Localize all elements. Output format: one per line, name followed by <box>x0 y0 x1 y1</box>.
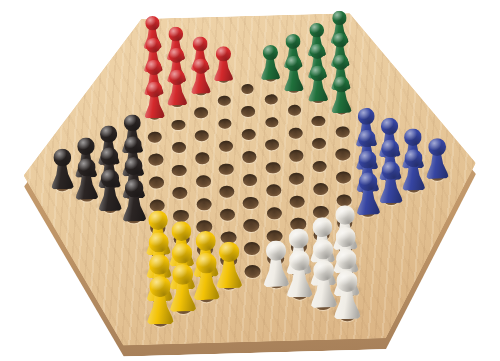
board-hole[interactable] <box>196 175 211 187</box>
peg-green[interactable] <box>330 76 352 113</box>
peg-green[interactable] <box>260 45 280 80</box>
peg-head <box>218 241 239 262</box>
peg-yellow[interactable] <box>145 275 173 324</box>
peg-head <box>100 147 118 165</box>
board-hole[interactable] <box>196 198 212 211</box>
peg-head <box>148 254 169 275</box>
peg-head <box>145 59 161 75</box>
peg-black[interactable] <box>50 148 74 189</box>
peg-head <box>333 76 350 93</box>
peg-head <box>358 172 377 191</box>
peg-head <box>335 227 356 248</box>
board-hole[interactable] <box>148 154 163 166</box>
peg-head <box>76 137 94 155</box>
peg-head <box>123 136 141 154</box>
peg-head <box>124 179 143 198</box>
peg-head <box>335 205 355 225</box>
peg-head <box>195 253 216 274</box>
peg-blue[interactable] <box>378 161 403 203</box>
peg-head <box>309 66 325 82</box>
peg-head <box>285 34 300 49</box>
peg-head <box>147 211 167 231</box>
peg-black[interactable] <box>74 158 98 200</box>
peg-head <box>169 69 185 85</box>
peg-red[interactable] <box>190 58 211 94</box>
peg-head <box>332 11 347 26</box>
peg-head <box>148 232 169 253</box>
peg-head <box>357 151 376 170</box>
peg-head <box>380 139 398 157</box>
board-hole[interactable] <box>336 149 351 161</box>
peg-black[interactable] <box>121 179 146 222</box>
peg-head <box>172 264 194 286</box>
peg-black[interactable] <box>97 169 122 211</box>
board-hole[interactable] <box>289 150 304 162</box>
peg-head <box>145 38 160 53</box>
peg-head <box>404 149 423 168</box>
peg-head <box>332 32 347 47</box>
board-hole[interactable] <box>243 219 259 232</box>
peg-head <box>171 242 192 263</box>
peg-red[interactable] <box>167 69 188 106</box>
peg-head <box>380 118 398 136</box>
peg-head <box>215 47 231 63</box>
peg-head <box>312 238 333 259</box>
peg-body <box>167 82 188 106</box>
peg-head <box>335 249 356 270</box>
peg-blue[interactable] <box>401 149 425 191</box>
peg-head <box>308 22 323 37</box>
peg-yellow[interactable] <box>192 252 220 300</box>
peg-head <box>195 231 216 252</box>
peg-head <box>332 54 348 70</box>
peg-body <box>402 163 426 191</box>
peg-head <box>145 16 160 31</box>
peg-head <box>309 44 325 60</box>
peg-body <box>213 58 233 81</box>
peg-head <box>336 270 358 292</box>
peg-body <box>121 193 146 222</box>
peg-body <box>74 173 98 201</box>
peg-green[interactable] <box>307 65 328 102</box>
board-hole[interactable] <box>241 106 255 117</box>
peg-body <box>355 187 380 216</box>
board-holes-field <box>0 0 495 7</box>
peg-green[interactable] <box>283 55 304 91</box>
peg-head <box>171 221 191 241</box>
peg-head <box>404 128 422 146</box>
peg-head <box>76 159 95 178</box>
peg-head <box>123 157 142 176</box>
peg-red[interactable] <box>213 46 233 81</box>
peg-head <box>311 217 331 237</box>
peg-head <box>168 48 184 64</box>
peg-head <box>53 148 71 166</box>
peg-blue[interactable] <box>425 138 449 179</box>
peg-head <box>265 240 286 261</box>
peg-head <box>312 260 334 282</box>
peg-head <box>99 125 117 143</box>
peg-head <box>148 275 170 297</box>
board-hole[interactable] <box>335 126 349 137</box>
peg-head <box>123 114 140 131</box>
peg-head <box>146 81 163 98</box>
peg-head <box>286 55 302 71</box>
peg-red[interactable] <box>143 81 165 118</box>
peg-head <box>192 36 207 51</box>
peg-head <box>100 169 119 188</box>
chinese-checkers-scene <box>0 0 500 361</box>
peg-head <box>427 138 445 156</box>
peg-blue[interactable] <box>355 172 380 215</box>
peg-head <box>192 58 208 74</box>
peg-head <box>168 26 183 41</box>
peg-head <box>381 161 400 180</box>
board-rotor <box>0 0 500 361</box>
board-hole[interactable] <box>243 196 259 209</box>
peg-head <box>357 129 375 147</box>
peg-head <box>262 45 278 61</box>
board-hole[interactable] <box>242 129 256 140</box>
peg-body <box>307 78 328 102</box>
board-hole[interactable] <box>149 176 164 188</box>
peg-head <box>357 107 374 124</box>
peg-white[interactable] <box>333 270 361 319</box>
peg-head <box>288 228 309 249</box>
peg-body <box>260 57 280 80</box>
board-hole[interactable] <box>288 127 302 138</box>
peg-head <box>288 250 309 271</box>
